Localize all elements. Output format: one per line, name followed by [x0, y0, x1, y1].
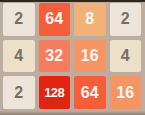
page: 2648243216421286416: [0, 0, 145, 115]
tile-r3c2: 128: [39, 76, 71, 109]
tile-r1c1: 2: [3, 3, 35, 36]
tile-r2c1: 4: [3, 40, 35, 73]
tile-r1c3: 8: [74, 3, 106, 36]
tile-r1c2: 64: [39, 3, 71, 36]
tile-r2c4: 4: [110, 40, 142, 73]
tile-r2c3: 16: [74, 40, 106, 73]
tile-r2c2: 32: [39, 40, 71, 73]
tile-r3c4: 16: [110, 76, 142, 109]
tile-r3c1: 2: [3, 76, 35, 109]
board-bottom-shadow: [0, 111, 145, 115]
screen-top-edge: [0, 0, 145, 2]
board-2048[interactable]: 2648243216421286416: [3, 3, 141, 109]
tile-r1c4: 2: [110, 3, 142, 36]
tile-r3c3: 64: [74, 76, 106, 109]
